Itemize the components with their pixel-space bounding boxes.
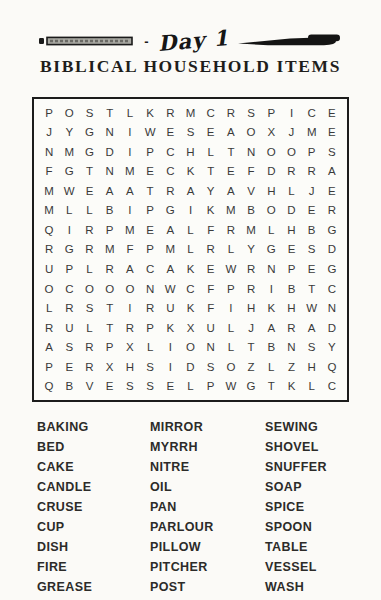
grid-cell[interactable]: O xyxy=(241,123,261,143)
word-item: PILLOW xyxy=(150,537,265,557)
grid-cell[interactable]: N xyxy=(39,142,59,162)
grid-cell[interactable]: L xyxy=(140,337,160,357)
grid-cell[interactable]: G xyxy=(79,123,99,143)
grid-cell[interactable]: U xyxy=(201,318,221,338)
grid-cell[interactable]: A xyxy=(39,337,59,357)
word-list: BAKINGBEDCAKECANDLECRUSECUPDISHFIREGREAS… xyxy=(37,417,327,600)
grid-cell[interactable]: D xyxy=(322,318,342,338)
word-column-1: BAKINGBEDCAKECANDLECRUSECUPDISHFIREGREAS… xyxy=(37,417,150,600)
grid-cell[interactable]: A xyxy=(160,220,180,240)
grid-cell[interactable]: E xyxy=(160,376,180,396)
grid-cell[interactable]: P xyxy=(39,103,59,123)
grid-cell[interactable]: E xyxy=(302,201,322,221)
grid-cell[interactable]: R xyxy=(281,318,301,338)
grid-cell[interactable]: L xyxy=(180,240,200,260)
grid-cell[interactable]: X xyxy=(120,337,140,357)
word-item: SHOVEL xyxy=(265,437,327,457)
grid-cell[interactable]: O xyxy=(261,201,281,221)
grid-cell[interactable]: E xyxy=(322,103,342,123)
grid-cell[interactable]: R xyxy=(39,318,59,338)
grid-cell[interactable]: B xyxy=(59,376,79,396)
grid-cell[interactable]: C xyxy=(180,279,200,299)
grid-cell[interactable]: Y xyxy=(322,337,342,357)
header-dash: - xyxy=(144,34,148,49)
grid-cell[interactable]: L xyxy=(261,220,281,240)
grid-cell[interactable]: A xyxy=(160,259,180,279)
grid-cell[interactable]: W xyxy=(140,123,160,143)
grid-cell[interactable]: P xyxy=(59,259,79,279)
word-item: PITCHER xyxy=(150,557,265,577)
puzzle-title: BIBLICAL HOUSEHOLD ITEMS xyxy=(0,56,381,77)
grid-cell[interactable]: G xyxy=(241,376,261,396)
grid-cell[interactable]: G xyxy=(322,259,342,279)
grid-cell[interactable]: J xyxy=(241,318,261,338)
grid-cell[interactable]: L xyxy=(79,259,99,279)
grid-cell[interactable]: E xyxy=(322,181,342,201)
grid-cell[interactable]: N xyxy=(322,298,342,318)
grid-cell[interactable]: W xyxy=(302,298,322,318)
grid-cell[interactable]: X xyxy=(180,318,200,338)
page-header: - Day 1 xyxy=(0,28,381,53)
grid-cell[interactable]: X xyxy=(261,123,281,143)
grid-cell[interactable]: W xyxy=(221,376,241,396)
word-item: MIRROR xyxy=(150,417,265,437)
grid-cell[interactable]: N xyxy=(201,337,221,357)
grid-cell[interactable]: K xyxy=(180,259,200,279)
grid-cell[interactable]: L xyxy=(39,298,59,318)
grid-cell[interactable]: C xyxy=(322,279,342,299)
grid-cell[interactable]: T xyxy=(100,103,120,123)
grid-cell[interactable]: R xyxy=(241,259,261,279)
grid-cell[interactable]: R xyxy=(79,220,99,240)
grid-cell[interactable]: A xyxy=(221,181,241,201)
grid-cell[interactable]: P xyxy=(140,240,160,260)
grid-cell[interactable]: Q xyxy=(39,376,59,396)
grid-cell[interactable]: P xyxy=(39,357,59,377)
grid-cell[interactable]: O xyxy=(221,357,241,377)
grid-cell[interactable]: I xyxy=(120,142,140,162)
grid-cell[interactable]: T xyxy=(261,376,281,396)
grid-cell[interactable]: L xyxy=(201,142,221,162)
grid-cell[interactable]: R xyxy=(221,220,241,240)
grid-cell[interactable]: G xyxy=(59,240,79,260)
grid-cell[interactable]: I xyxy=(120,298,140,318)
grid-cell[interactable]: Y xyxy=(59,123,79,143)
grid-cell[interactable]: I xyxy=(59,220,79,240)
grid-cell[interactable]: S xyxy=(302,240,322,260)
grid-cell[interactable]: L xyxy=(221,318,241,338)
grid-cell[interactable]: N xyxy=(281,337,301,357)
grid-cell[interactable]: Z xyxy=(241,357,261,377)
grid-cell[interactable]: T xyxy=(221,142,241,162)
grid-cell[interactable]: S xyxy=(140,376,160,396)
grid-cell[interactable]: P xyxy=(140,318,160,338)
grid-cell[interactable]: E xyxy=(201,259,221,279)
grid-cell[interactable]: L xyxy=(261,357,281,377)
word-column-3: SEWINGSHOVELSNUFFERSOAPSPICESPOONTABLEVE… xyxy=(265,417,327,600)
grid-cell[interactable]: Z xyxy=(281,357,301,377)
grid-cell[interactable]: N xyxy=(100,123,120,143)
word-item: VESSEL xyxy=(265,557,327,577)
grid-cell[interactable]: R xyxy=(281,162,301,182)
grid-cell[interactable]: M xyxy=(59,142,79,162)
grid-cell[interactable]: E xyxy=(140,220,160,240)
word-item: MYRRH xyxy=(150,437,265,457)
grid-cell[interactable]: B xyxy=(241,201,261,221)
grid-cell[interactable]: R xyxy=(39,240,59,260)
grid-cell[interactable]: P xyxy=(302,142,322,162)
grid-cell[interactable]: C xyxy=(201,103,221,123)
grid-cell[interactable]: K xyxy=(140,103,160,123)
day-label: Day 1 xyxy=(155,25,232,56)
grid-cell[interactable]: A xyxy=(221,123,241,143)
grid-cell[interactable]: K xyxy=(160,318,180,338)
grid-cell[interactable]: T xyxy=(241,337,261,357)
grid-cell[interactable]: I xyxy=(221,298,241,318)
grid-cell[interactable]: R xyxy=(302,162,322,182)
grid-cell[interactable]: J xyxy=(39,123,59,143)
grid-cell[interactable]: A xyxy=(261,318,281,338)
grid-cell[interactable]: G xyxy=(322,220,342,240)
grid-cell[interactable]: O xyxy=(261,142,281,162)
grid-cell[interactable]: A xyxy=(120,259,140,279)
grid-cell[interactable]: I xyxy=(120,123,140,143)
grid-cell[interactable]: R xyxy=(201,240,221,260)
grid-cell[interactable]: O xyxy=(180,337,200,357)
grid-cell[interactable]: H xyxy=(281,220,301,240)
grid-cell[interactable]: T xyxy=(100,318,120,338)
grid-cell[interactable]: L xyxy=(180,376,200,396)
grid-cell[interactable]: K xyxy=(201,201,221,221)
grid-cell[interactable]: A xyxy=(322,162,342,182)
grid-cell[interactable]: L xyxy=(221,337,241,357)
grid-cell[interactable]: K xyxy=(180,162,200,182)
grid-cell[interactable]: S xyxy=(180,123,200,143)
grid-cell[interactable]: F xyxy=(201,220,221,240)
grid-cell[interactable]: V xyxy=(79,376,99,396)
grid-cell[interactable]: L xyxy=(79,318,99,338)
word-item: SNUFFER xyxy=(265,457,327,477)
grid-cell[interactable]: R xyxy=(160,103,180,123)
word-item: DISH xyxy=(37,537,150,557)
grid-cell[interactable]: O xyxy=(59,103,79,123)
grid-cell[interactable]: L xyxy=(281,181,301,201)
grid-cell[interactable]: R xyxy=(160,181,180,201)
grid-cell[interactable]: E xyxy=(322,123,342,143)
grid-cell[interactable]: M xyxy=(221,201,241,221)
grid-cell[interactable]: K xyxy=(281,376,301,396)
grid-cell[interactable]: D xyxy=(281,201,301,221)
grid-cell[interactable]: I xyxy=(281,103,301,123)
pencil-icon xyxy=(39,35,137,47)
grid-cell[interactable]: C xyxy=(160,162,180,182)
grid-cell[interactable]: E xyxy=(100,376,120,396)
grid-cell[interactable]: P xyxy=(100,220,120,240)
word-item: SPICE xyxy=(265,497,327,517)
grid-cell[interactable]: R xyxy=(120,318,140,338)
grid-cell[interactable]: H xyxy=(180,142,200,162)
grid-cell[interactable]: E xyxy=(201,123,221,143)
word-item: PAN xyxy=(150,497,265,517)
grid-cell[interactable]: O xyxy=(79,279,99,299)
grid-cell[interactable]: H xyxy=(261,181,281,201)
grid-cell[interactable]: I xyxy=(180,201,200,221)
grid-cell[interactable]: S xyxy=(201,357,221,377)
grid-cell[interactable]: P xyxy=(281,259,301,279)
grid-cell[interactable]: S xyxy=(120,376,140,396)
grid-cell[interactable]: A xyxy=(100,181,120,201)
grid-cell[interactable]: P xyxy=(140,201,160,221)
grid-cell[interactable]: K xyxy=(180,298,200,318)
grid-cell[interactable]: M xyxy=(302,123,322,143)
grid-cell[interactable]: F xyxy=(120,240,140,260)
grid-cell[interactable]: R xyxy=(79,357,99,377)
grid-cell[interactable]: M xyxy=(180,103,200,123)
grid-cell[interactable]: I xyxy=(261,279,281,299)
grid-cell[interactable]: P xyxy=(100,337,120,357)
grid-cell[interactable]: T xyxy=(100,298,120,318)
grid-cell[interactable]: L xyxy=(302,376,322,396)
grid-cell[interactable]: I xyxy=(120,201,140,221)
word-item: TABLE xyxy=(265,537,327,557)
word-item: GREASE xyxy=(37,577,150,597)
word-item: SPOON xyxy=(265,517,327,537)
grid-cell[interactable]: F xyxy=(201,279,221,299)
grid-cell[interactable]: S xyxy=(241,103,261,123)
grid-cell[interactable]: M xyxy=(39,181,59,201)
grid-cell[interactable]: B xyxy=(261,337,281,357)
grid-cell[interactable]: R xyxy=(322,201,342,221)
grid-cell[interactable]: M xyxy=(100,240,120,260)
grid-cell[interactable]: E xyxy=(221,162,241,182)
grid-cell[interactable]: N xyxy=(140,279,160,299)
word-item: CUP xyxy=(37,517,150,537)
grid-cell[interactable]: D xyxy=(261,162,281,182)
grid-cell[interactable]: T xyxy=(302,279,322,299)
grid-cell[interactable]: T xyxy=(140,181,160,201)
grid-cell[interactable]: E xyxy=(160,123,180,143)
grid-cell[interactable]: H xyxy=(120,357,140,377)
grid-cell[interactable]: T xyxy=(79,162,99,182)
grid-cell[interactable]: C xyxy=(302,103,322,123)
grid-cell[interactable]: S xyxy=(140,357,160,377)
grid-cell[interactable]: D xyxy=(180,357,200,377)
grid-cell[interactable]: E xyxy=(140,162,160,182)
grid-cell[interactable]: B xyxy=(302,220,322,240)
word-item: CAKE xyxy=(37,457,150,477)
grid-cell[interactable]: H xyxy=(302,357,322,377)
grid-cell[interactable]: L xyxy=(79,201,99,221)
grid-cell[interactable]: E xyxy=(281,240,301,260)
word-item: NITRE xyxy=(150,457,265,477)
grid-cell[interactable]: M xyxy=(39,201,59,221)
grid-cell[interactable]: G xyxy=(59,162,79,182)
grid-cell[interactable]: G xyxy=(79,142,99,162)
word-item: CANDLE xyxy=(37,477,150,497)
grid-cell[interactable]: R xyxy=(241,279,261,299)
word-item: FIRE xyxy=(37,557,150,577)
grid-cell[interactable]: A xyxy=(180,181,200,201)
grid-cell[interactable]: A xyxy=(120,181,140,201)
grid-cell[interactable]: I xyxy=(160,357,180,377)
grid-cell[interactable]: N xyxy=(261,259,281,279)
word-item: PARLOUR xyxy=(150,517,265,537)
grid-cell[interactable]: W xyxy=(221,259,241,279)
letter-grid: POSTLKRMCRSPICEJYGNIWESEAOXJMENMGDIPCHLT… xyxy=(32,97,349,402)
grid-cell[interactable]: L xyxy=(221,240,241,260)
grid-cell[interactable]: F xyxy=(201,298,221,318)
grid-cell[interactable]: M xyxy=(241,220,261,240)
grid-cell[interactable]: P xyxy=(140,142,160,162)
puzzle-page: - Day 1 BIBLICAL HOUSEHOLD ITEMS POSTLKR… xyxy=(0,0,381,600)
grid-cell[interactable]: P xyxy=(261,103,281,123)
word-item: POST xyxy=(150,577,265,597)
word-item: SOAP xyxy=(265,477,327,497)
grid-cell[interactable]: N xyxy=(100,162,120,182)
word-column-2: MIRRORMYRRHNITREOILPANPARLOURPILLOWPITCH… xyxy=(150,417,265,600)
grid-cell[interactable]: O xyxy=(281,142,301,162)
grid-cell[interactable]: C xyxy=(160,142,180,162)
grid-cell[interactable]: S xyxy=(302,337,322,357)
grid-cell[interactable]: P xyxy=(221,279,241,299)
grid-cell[interactable]: H xyxy=(281,298,301,318)
grid-cell[interactable]: U xyxy=(160,298,180,318)
grid-cell[interactable]: L xyxy=(59,201,79,221)
grid-cell[interactable]: L xyxy=(120,103,140,123)
word-item: WASH xyxy=(265,577,327,597)
grid-cell[interactable]: F xyxy=(39,162,59,182)
pen-icon xyxy=(238,34,342,48)
grid-cell[interactable]: B xyxy=(281,279,301,299)
grid-cell[interactable]: S xyxy=(79,298,99,318)
grid-cell[interactable]: Q xyxy=(322,357,342,377)
grid-cell[interactable]: A xyxy=(302,318,322,338)
grid-cell[interactable]: Q xyxy=(39,220,59,240)
grid-cell[interactable]: F xyxy=(241,162,261,182)
grid-cell[interactable]: W xyxy=(59,181,79,201)
word-item: SEWING xyxy=(265,417,327,437)
grid-cell[interactable]: E xyxy=(79,181,99,201)
word-item: BED xyxy=(37,437,150,457)
grid-cell[interactable]: D xyxy=(100,142,120,162)
grid-cell[interactable]: O xyxy=(39,279,59,299)
grid-cell[interactable]: H xyxy=(241,298,261,318)
grid-cell[interactable]: R xyxy=(59,298,79,318)
grid-cell[interactable]: U xyxy=(59,318,79,338)
grid-cell[interactable]: R xyxy=(221,103,241,123)
grid-cell[interactable]: V xyxy=(241,181,261,201)
grid-cell[interactable]: I xyxy=(160,337,180,357)
grid-cell[interactable]: R xyxy=(79,337,99,357)
grid-cell[interactable]: L xyxy=(180,220,200,240)
grid-cell[interactable]: S xyxy=(322,142,342,162)
grid-cell[interactable]: P xyxy=(201,376,221,396)
grid-cell[interactable]: Y xyxy=(201,181,221,201)
grid-cell[interactable]: E xyxy=(59,357,79,377)
word-item: BAKING xyxy=(37,417,150,437)
grid-cell[interactable]: W xyxy=(160,279,180,299)
grid-cell[interactable]: J xyxy=(281,123,301,143)
grid-cell[interactable]: S xyxy=(59,337,79,357)
grid-cell[interactable]: C xyxy=(140,259,160,279)
word-item: OIL xyxy=(150,477,265,497)
grid-cell[interactable]: N xyxy=(241,142,261,162)
grid-cell[interactable]: S xyxy=(79,103,99,123)
grid-cell[interactable]: M xyxy=(160,240,180,260)
grid-cell[interactable]: R xyxy=(100,259,120,279)
grid-cell[interactable]: G xyxy=(261,240,281,260)
grid-cell[interactable]: C xyxy=(322,376,342,396)
grid-cell[interactable]: T xyxy=(201,162,221,182)
grid-cell[interactable]: R xyxy=(79,240,99,260)
word-item: CRUSE xyxy=(37,497,150,517)
grid-cell[interactable]: C xyxy=(59,279,79,299)
grid-cell[interactable]: M xyxy=(120,162,140,182)
grid-cell[interactable]: D xyxy=(322,240,342,260)
grid-cell[interactable]: X xyxy=(100,357,120,377)
grid-cell[interactable]: R xyxy=(140,298,160,318)
grid-cell[interactable]: U xyxy=(39,259,59,279)
grid-cell[interactable]: B xyxy=(100,201,120,221)
grid-cell[interactable]: K xyxy=(261,298,281,318)
grid-cell[interactable]: O xyxy=(120,279,140,299)
grid-cell[interactable]: M xyxy=(120,220,140,240)
grid-cell[interactable]: O xyxy=(100,279,120,299)
grid-cell[interactable]: Y xyxy=(241,240,261,260)
grid-cell[interactable]: E xyxy=(302,259,322,279)
grid-cell[interactable]: G xyxy=(160,201,180,221)
grid-cell[interactable]: J xyxy=(302,181,322,201)
